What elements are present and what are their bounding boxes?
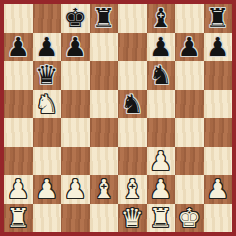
white-pawn[interactable]: ♟ <box>149 147 172 175</box>
square-c2[interactable]: ♟ <box>61 175 90 204</box>
square-a2[interactable]: ♟ <box>4 175 33 204</box>
square-b4[interactable] <box>33 118 62 147</box>
square-e8[interactable] <box>118 4 147 33</box>
square-d6[interactable] <box>90 61 119 90</box>
square-g8[interactable] <box>175 4 204 33</box>
square-a1[interactable]: ♜ <box>4 204 33 233</box>
square-b2[interactable]: ♟ <box>33 175 62 204</box>
white-rook[interactable]: ♜ <box>149 204 172 232</box>
square-a3[interactable] <box>4 147 33 176</box>
white-pawn[interactable]: ♟ <box>206 175 229 203</box>
square-g5[interactable] <box>175 90 204 119</box>
square-c7[interactable]: ♟ <box>61 33 90 62</box>
square-d5[interactable] <box>90 90 119 119</box>
white-bishop[interactable]: ♝ <box>121 175 144 203</box>
square-c3[interactable] <box>61 147 90 176</box>
square-h5[interactable] <box>204 90 233 119</box>
black-king[interactable]: ♚ <box>64 4 87 32</box>
square-b8[interactable] <box>33 4 62 33</box>
square-f4[interactable] <box>147 118 176 147</box>
black-pawn[interactable]: ♟ <box>7 33 30 61</box>
square-f3[interactable]: ♟ <box>147 147 176 176</box>
chess-board: ♚♜♝♜♟♟♟♟♟♟♛♞♞♞♟♟♟♟♝♝♟♟♜♛♜♚ <box>0 0 236 236</box>
black-rook[interactable]: ♜ <box>92 4 115 32</box>
square-g6[interactable] <box>175 61 204 90</box>
black-pawn[interactable]: ♟ <box>149 33 172 61</box>
square-f6[interactable]: ♞ <box>147 61 176 90</box>
square-h8[interactable]: ♜ <box>204 4 233 33</box>
square-b7[interactable]: ♟ <box>33 33 62 62</box>
square-b6[interactable]: ♛ <box>33 61 62 90</box>
square-f8[interactable]: ♝ <box>147 4 176 33</box>
square-c5[interactable] <box>61 90 90 119</box>
square-a7[interactable]: ♟ <box>4 33 33 62</box>
black-bishop[interactable]: ♝ <box>149 4 172 32</box>
square-d8[interactable]: ♜ <box>90 4 119 33</box>
white-knight[interactable]: ♞ <box>35 90 58 118</box>
square-h7[interactable]: ♟ <box>204 33 233 62</box>
black-knight[interactable]: ♞ <box>149 61 172 89</box>
square-f2[interactable]: ♟ <box>147 175 176 204</box>
square-e2[interactable]: ♝ <box>118 175 147 204</box>
square-e3[interactable] <box>118 147 147 176</box>
square-a8[interactable] <box>4 4 33 33</box>
square-f5[interactable] <box>147 90 176 119</box>
square-g3[interactable] <box>175 147 204 176</box>
white-bishop[interactable]: ♝ <box>92 175 115 203</box>
square-g4[interactable] <box>175 118 204 147</box>
square-f1[interactable]: ♜ <box>147 204 176 233</box>
white-pawn[interactable]: ♟ <box>149 175 172 203</box>
white-pawn[interactable]: ♟ <box>64 175 87 203</box>
board-grid: ♚♜♝♜♟♟♟♟♟♟♛♞♞♞♟♟♟♟♝♝♟♟♜♛♜♚ <box>4 4 232 232</box>
white-king[interactable]: ♚ <box>178 204 201 232</box>
square-g2[interactable] <box>175 175 204 204</box>
square-f7[interactable]: ♟ <box>147 33 176 62</box>
black-rook[interactable]: ♜ <box>206 4 229 32</box>
square-b3[interactable] <box>33 147 62 176</box>
square-c8[interactable]: ♚ <box>61 4 90 33</box>
square-h4[interactable] <box>204 118 233 147</box>
black-pawn[interactable]: ♟ <box>64 33 87 61</box>
square-e7[interactable] <box>118 33 147 62</box>
square-g1[interactable]: ♚ <box>175 204 204 233</box>
square-b5[interactable]: ♞ <box>33 90 62 119</box>
square-g7[interactable]: ♟ <box>175 33 204 62</box>
black-pawn[interactable]: ♟ <box>178 33 201 61</box>
square-e6[interactable] <box>118 61 147 90</box>
black-pawn[interactable]: ♟ <box>35 33 58 61</box>
square-a6[interactable] <box>4 61 33 90</box>
white-pawn[interactable]: ♟ <box>7 175 30 203</box>
white-pawn[interactable]: ♟ <box>35 175 58 203</box>
black-queen[interactable]: ♛ <box>35 61 58 89</box>
square-e4[interactable] <box>118 118 147 147</box>
square-d4[interactable] <box>90 118 119 147</box>
square-a4[interactable] <box>4 118 33 147</box>
white-queen[interactable]: ♛ <box>121 204 144 232</box>
black-pawn[interactable]: ♟ <box>206 33 229 61</box>
white-rook[interactable]: ♜ <box>7 204 30 232</box>
square-h1[interactable] <box>204 204 233 233</box>
square-h2[interactable]: ♟ <box>204 175 233 204</box>
square-c4[interactable] <box>61 118 90 147</box>
square-b1[interactable] <box>33 204 62 233</box>
square-d3[interactable] <box>90 147 119 176</box>
square-d1[interactable] <box>90 204 119 233</box>
square-c6[interactable] <box>61 61 90 90</box>
square-d2[interactable]: ♝ <box>90 175 119 204</box>
square-e5[interactable]: ♞ <box>118 90 147 119</box>
square-c1[interactable] <box>61 204 90 233</box>
square-a5[interactable] <box>4 90 33 119</box>
square-h3[interactable] <box>204 147 233 176</box>
square-d7[interactable] <box>90 33 119 62</box>
black-knight[interactable]: ♞ <box>121 90 144 118</box>
square-h6[interactable] <box>204 61 233 90</box>
square-e1[interactable]: ♛ <box>118 204 147 233</box>
